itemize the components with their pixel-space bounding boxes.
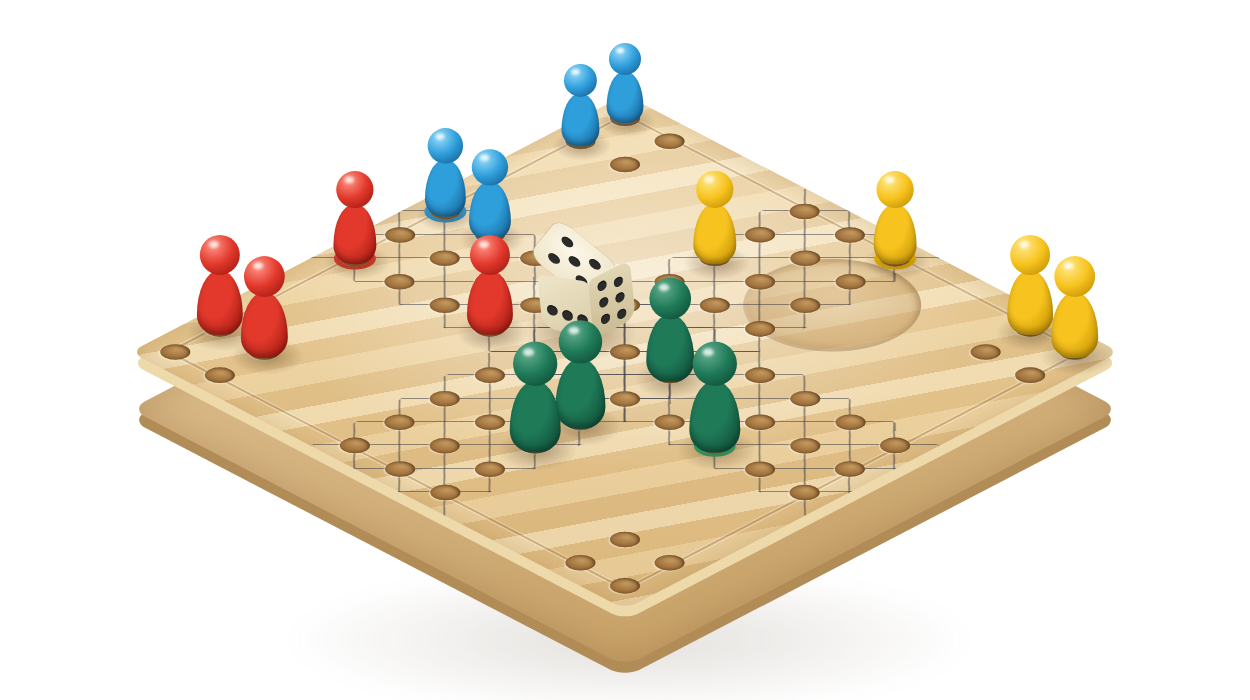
- peg-head: [336, 171, 373, 208]
- peg-body-red: [329, 171, 381, 264]
- peg-blue[interactable]: [465, 149, 516, 240]
- peg-body-blue: [603, 43, 648, 123]
- peg-head: [427, 128, 463, 164]
- peg-base: [694, 204, 737, 264]
- peg-body-red: [462, 235, 518, 335]
- peg-head: [564, 64, 597, 97]
- peg-body-red: [236, 256, 293, 358]
- peg-head: [876, 171, 913, 208]
- die-pip: [567, 254, 583, 269]
- peg-head: [200, 235, 240, 275]
- die-pip: [560, 235, 576, 250]
- peg-red[interactable]: [462, 235, 518, 335]
- die-pip: [597, 279, 607, 293]
- peg-red[interactable]: [236, 256, 293, 358]
- peg-body-blue: [420, 128, 470, 217]
- peg-green[interactable]: [504, 341, 566, 452]
- peg-green[interactable]: [684, 341, 746, 452]
- peg-base: [874, 204, 917, 264]
- peg-body-green: [684, 341, 746, 452]
- peg-body-yellow: [869, 171, 921, 264]
- die-pip: [599, 296, 609, 310]
- peg-blue[interactable]: [603, 43, 648, 123]
- die-pip: [547, 305, 559, 317]
- peg-head: [609, 43, 641, 75]
- peg-yellow[interactable]: [869, 171, 921, 264]
- peg-base: [334, 204, 377, 264]
- peg-head: [245, 256, 286, 297]
- peg-body-yellow: [689, 171, 741, 264]
- peg-base: [607, 72, 644, 123]
- peg-body-blue: [465, 149, 516, 240]
- die-pip: [617, 307, 627, 321]
- peg-head: [472, 149, 508, 185]
- peg-head: [513, 341, 557, 385]
- peg-body-blue: [557, 64, 603, 146]
- peg-red[interactable]: [329, 171, 381, 264]
- peg-base: [561, 94, 599, 147]
- peg-yellow[interactable]: [1046, 256, 1103, 358]
- scene: [0, 0, 1250, 700]
- peg-head: [693, 341, 737, 385]
- peg-yellow[interactable]: [689, 171, 741, 264]
- peg-head: [1010, 235, 1050, 275]
- peg-base: [467, 271, 513, 335]
- peg-base: [242, 293, 289, 358]
- peg-base: [690, 381, 741, 452]
- peg-head: [470, 235, 510, 275]
- peg-body-green: [504, 341, 566, 452]
- peg-base: [510, 381, 561, 452]
- peg-base: [1052, 293, 1099, 358]
- peg-base: [469, 182, 511, 240]
- peg-base: [425, 160, 466, 217]
- peg-head: [649, 277, 691, 319]
- die-pip: [613, 275, 623, 289]
- die-pip: [615, 291, 625, 305]
- peg-blue[interactable]: [557, 64, 603, 146]
- die-pip: [547, 251, 563, 266]
- peg-blue[interactable]: [420, 128, 470, 217]
- peg-head: [1055, 256, 1096, 297]
- die-pip: [587, 257, 603, 272]
- ludo-board: [130, 95, 1120, 610]
- peg-head: [696, 171, 733, 208]
- peg-body-yellow: [1046, 256, 1103, 358]
